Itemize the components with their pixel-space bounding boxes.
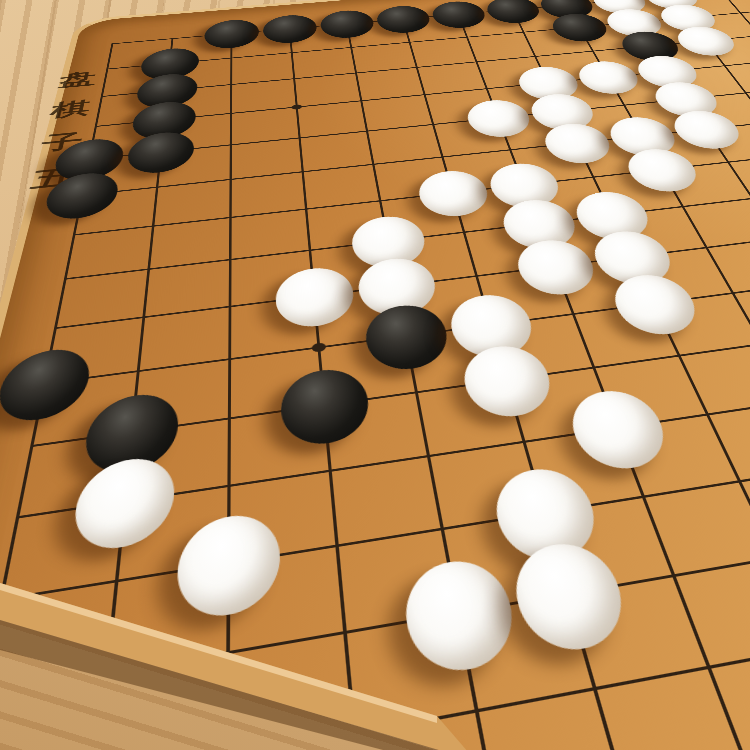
photo-stage: 盘棋子五 bbox=[0, 0, 750, 750]
